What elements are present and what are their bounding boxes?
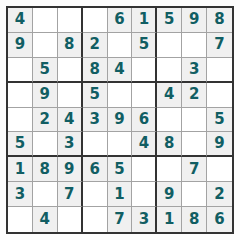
cell-r3c6[interactable] [132, 58, 157, 83]
cell-r6c6: 4 [132, 132, 157, 157]
cell-r7c1: 1 [8, 157, 33, 182]
cell-r6c1: 5 [8, 132, 33, 157]
cell-r8c1: 3 [8, 182, 33, 207]
cell-r3c2: 5 [33, 58, 58, 83]
cell-r2c2[interactable] [33, 33, 58, 58]
cell-r2c6: 5 [132, 33, 157, 58]
cell-r7c4: 6 [83, 157, 108, 182]
cell-r5c9: 5 [207, 108, 232, 133]
cell-r9c8: 8 [182, 207, 207, 232]
cell-r7c6[interactable] [132, 157, 157, 182]
cell-r3c4: 8 [83, 58, 108, 83]
cell-r2c9: 7 [207, 33, 232, 58]
cell-r9c5: 7 [108, 207, 133, 232]
cell-r2c1: 9 [8, 33, 33, 58]
cell-r7c2: 8 [33, 157, 58, 182]
cell-r5c7[interactable] [157, 108, 182, 133]
cell-r5c5: 9 [108, 108, 133, 133]
cell-r9c9: 6 [207, 207, 232, 232]
cell-r6c9: 9 [207, 132, 232, 157]
cell-r5c1[interactable] [8, 108, 33, 133]
cell-r6c2[interactable] [33, 132, 58, 157]
cell-r9c6: 3 [132, 207, 157, 232]
cell-r6c4[interactable] [83, 132, 108, 157]
cell-r5c3: 4 [58, 108, 83, 133]
cell-r5c2: 2 [33, 108, 58, 133]
cell-r4c5[interactable] [108, 83, 133, 108]
cell-r8c6[interactable] [132, 182, 157, 207]
cell-r6c7: 8 [157, 132, 182, 157]
cell-r3c1[interactable] [8, 58, 33, 83]
cell-r9c2: 4 [33, 207, 58, 232]
cell-r4c8: 2 [182, 83, 207, 108]
cell-r8c4[interactable] [83, 182, 108, 207]
cell-r9c7: 1 [157, 207, 182, 232]
cell-r4c6[interactable] [132, 83, 157, 108]
cell-r7c9[interactable] [207, 157, 232, 182]
cell-r3c3[interactable] [58, 58, 83, 83]
sudoku-board: 4615989825758439542243965534891896573719… [6, 6, 234, 234]
cell-r2c7[interactable] [157, 33, 182, 58]
cell-r6c8[interactable] [182, 132, 207, 157]
cell-r6c5[interactable] [108, 132, 133, 157]
cell-r8c7: 9 [157, 182, 182, 207]
cell-r7c7[interactable] [157, 157, 182, 182]
cell-r7c5: 5 [108, 157, 133, 182]
cell-r4c3[interactable] [58, 83, 83, 108]
cell-r1c3[interactable] [58, 8, 83, 33]
cell-r7c8: 7 [182, 157, 207, 182]
cell-r2c5[interactable] [108, 33, 133, 58]
cell-r1c4[interactable] [83, 8, 108, 33]
cell-r1c1: 4 [8, 8, 33, 33]
cell-r9c3[interactable] [58, 207, 83, 232]
cell-r8c3: 7 [58, 182, 83, 207]
cell-r3c5: 4 [108, 58, 133, 83]
cell-r9c1[interactable] [8, 207, 33, 232]
cell-r4c4: 5 [83, 83, 108, 108]
cell-r1c5: 6 [108, 8, 133, 33]
cell-r6c3: 3 [58, 132, 83, 157]
cell-r8c5: 1 [108, 182, 133, 207]
cell-r8c9: 2 [207, 182, 232, 207]
cell-r3c9[interactable] [207, 58, 232, 83]
cell-r2c8[interactable] [182, 33, 207, 58]
cell-r1c7: 5 [157, 8, 182, 33]
cell-r1c9: 8 [207, 8, 232, 33]
cell-r8c8[interactable] [182, 182, 207, 207]
cell-r1c8: 9 [182, 8, 207, 33]
cell-r5c6: 6 [132, 108, 157, 133]
cell-r8c2[interactable] [33, 182, 58, 207]
cell-r4c7: 4 [157, 83, 182, 108]
cell-r4c2: 9 [33, 83, 58, 108]
cell-r5c4: 3 [83, 108, 108, 133]
cell-r1c2[interactable] [33, 8, 58, 33]
cell-r7c3: 9 [58, 157, 83, 182]
cell-r5c8[interactable] [182, 108, 207, 133]
cell-r9c4[interactable] [83, 207, 108, 232]
cell-r3c7[interactable] [157, 58, 182, 83]
cell-r2c4: 2 [83, 33, 108, 58]
cell-r1c6: 1 [132, 8, 157, 33]
cell-r4c1[interactable] [8, 83, 33, 108]
cell-r3c8: 3 [182, 58, 207, 83]
cell-r2c3: 8 [58, 33, 83, 58]
cell-r4c9[interactable] [207, 83, 232, 108]
